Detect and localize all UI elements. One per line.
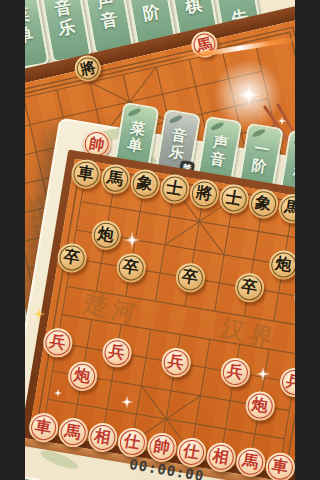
piece-glyph: 馬: [283, 197, 295, 220]
tile-label-char: 音: [209, 150, 227, 169]
piece-glyph: 士: [165, 177, 184, 200]
tile-label-char: 单: [126, 136, 144, 155]
app-screen: 菜单音乐声音一阶悔棋先 楚河: [25, 0, 295, 480]
piece-glyph: 炮: [96, 223, 115, 246]
bamboo-leaf-icon: [293, 135, 295, 146]
piece-glyph: 將: [194, 182, 213, 205]
piece-glyph: 炮: [73, 364, 92, 387]
tile-label-char: 单: [25, 25, 35, 47]
tile-label-char: 阶: [141, 2, 161, 24]
piece-glyph: 象: [254, 192, 273, 215]
bamboo-leaf-icon: [127, 107, 142, 118]
piece-glyph: 仕: [122, 431, 141, 454]
tile-label-char: 音: [99, 10, 119, 32]
piece-glyph: 象: [135, 172, 154, 195]
piece-glyph: 炮: [274, 253, 293, 276]
piece-glyph: 卒: [121, 256, 140, 279]
foreground-board: 帥 菜单音乐禁声音一阶悔棋: [25, 80, 295, 480]
bamboo-leaf-icon: [251, 128, 266, 139]
piece-glyph: 兵: [107, 341, 126, 364]
piece-glyph: 帥: [152, 436, 171, 459]
piece-glyph: 卒: [62, 247, 81, 270]
piece-glyph: 兵: [166, 351, 185, 374]
tile-label-char: 乐: [57, 17, 77, 39]
tile-label-char: 乐: [167, 143, 185, 162]
bamboo-leaf-icon: [210, 121, 225, 132]
piece-glyph: 兵: [48, 331, 67, 354]
tile-label-char: 棋: [292, 164, 295, 183]
piece-glyph: 相: [211, 445, 230, 468]
piece-glyph: 相: [93, 426, 112, 449]
piece-glyph: 仕: [181, 441, 200, 464]
piece-glyph: 馬: [241, 450, 260, 473]
piece-glyph: 卒: [180, 266, 199, 289]
piece-glyph: 馬: [63, 421, 82, 444]
tile-label-char: 阶: [250, 157, 268, 176]
piece-glyph: 士: [224, 187, 243, 210]
piece-glyph: 車: [270, 455, 289, 478]
tile-label-char: 棋: [184, 0, 204, 17]
piece-glyph: 炮: [250, 394, 269, 417]
piece-glyph: 兵: [225, 361, 244, 384]
piece-glyph: 卒: [239, 276, 258, 299]
piece-glyph: 車: [76, 162, 95, 185]
piece-glyph: 車: [34, 416, 53, 439]
piece-glyph: 馬: [106, 167, 125, 190]
bamboo-leaf-icon: [168, 114, 183, 125]
